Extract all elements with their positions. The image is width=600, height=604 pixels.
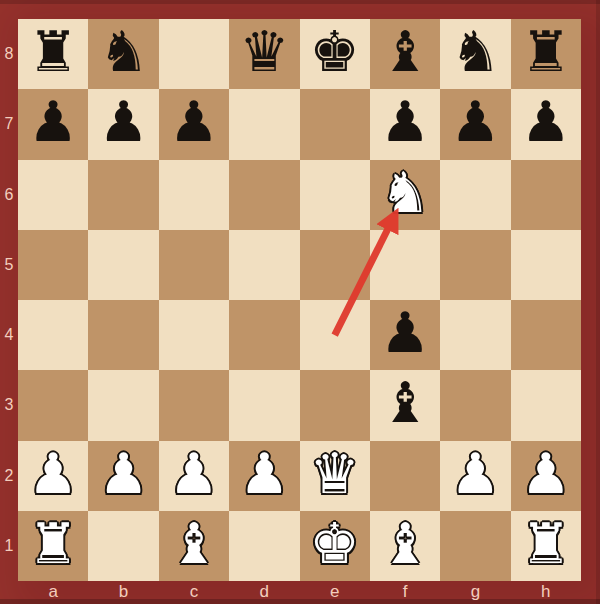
- square-h6[interactable]: [511, 160, 581, 230]
- piece-white-pawn[interactable]: ♟: [98, 446, 148, 502]
- square-f7[interactable]: ♟: [370, 89, 440, 159]
- square-c5[interactable]: [159, 230, 229, 300]
- piece-black-pawn[interactable]: ♟: [380, 305, 430, 361]
- piece-white-queen[interactable]: ♛: [310, 446, 360, 502]
- square-b4[interactable]: [88, 300, 158, 370]
- rank-label-3: 3: [0, 370, 18, 440]
- file-label-d: d: [229, 581, 299, 604]
- file-label-g: g: [440, 581, 510, 604]
- square-g5[interactable]: [440, 230, 510, 300]
- square-d6[interactable]: [229, 160, 299, 230]
- square-g4[interactable]: [440, 300, 510, 370]
- square-f2[interactable]: [370, 441, 440, 511]
- piece-black-knight[interactable]: ♞: [450, 24, 500, 80]
- file-label-a: a: [18, 581, 88, 604]
- file-label-f: f: [370, 581, 440, 604]
- square-h3[interactable]: [511, 370, 581, 440]
- piece-white-pawn[interactable]: ♟: [239, 446, 289, 502]
- square-f5[interactable]: [370, 230, 440, 300]
- square-d2[interactable]: ♟: [229, 441, 299, 511]
- square-b8[interactable]: ♞: [88, 19, 158, 89]
- square-e3[interactable]: [300, 370, 370, 440]
- square-f4[interactable]: ♟: [370, 300, 440, 370]
- square-f8[interactable]: ♝: [370, 19, 440, 89]
- piece-white-pawn[interactable]: ♟: [28, 446, 78, 502]
- square-e5[interactable]: [300, 230, 370, 300]
- square-g1[interactable]: [440, 511, 510, 581]
- square-f1[interactable]: ♝: [370, 511, 440, 581]
- rank-label-4: 4: [0, 300, 18, 370]
- square-e4[interactable]: [300, 300, 370, 370]
- piece-white-bishop[interactable]: ♝: [169, 516, 219, 572]
- piece-black-knight[interactable]: ♞: [98, 24, 148, 80]
- rank-label-8: 8: [0, 19, 18, 89]
- piece-white-pawn[interactable]: ♟: [450, 446, 500, 502]
- square-f3[interactable]: ♝: [370, 370, 440, 440]
- square-g2[interactable]: ♟: [440, 441, 510, 511]
- square-d3[interactable]: [229, 370, 299, 440]
- file-labels: abcdefgh: [18, 581, 581, 604]
- square-c3[interactable]: [159, 370, 229, 440]
- square-d5[interactable]: [229, 230, 299, 300]
- piece-black-pawn[interactable]: ♟: [380, 94, 430, 150]
- chess-board[interactable]: ♜♞♛♚♝♞♜♟♟♟♟♟♟♞♟♝♟♟♟♟♛♟♟♜♝♚♝♜: [18, 19, 581, 581]
- square-b3[interactable]: [88, 370, 158, 440]
- square-f6[interactable]: ♞: [370, 160, 440, 230]
- piece-white-king[interactable]: ♚: [310, 516, 360, 572]
- square-b2[interactable]: ♟: [88, 441, 158, 511]
- square-c1[interactable]: ♝: [159, 511, 229, 581]
- square-b6[interactable]: [88, 160, 158, 230]
- square-g6[interactable]: [440, 160, 510, 230]
- piece-black-pawn[interactable]: ♟: [169, 94, 219, 150]
- piece-white-pawn[interactable]: ♟: [169, 446, 219, 502]
- rank-label-5: 5: [0, 230, 18, 300]
- square-a8[interactable]: ♜: [18, 19, 88, 89]
- rank-label-2: 2: [0, 441, 18, 511]
- piece-black-pawn[interactable]: ♟: [450, 94, 500, 150]
- square-a1[interactable]: ♜: [18, 511, 88, 581]
- square-b7[interactable]: ♟: [88, 89, 158, 159]
- square-h7[interactable]: ♟: [511, 89, 581, 159]
- rank-labels: 87654321: [0, 19, 18, 581]
- square-a6[interactable]: [18, 160, 88, 230]
- file-label-b: b: [88, 581, 158, 604]
- file-label-h: h: [511, 581, 581, 604]
- piece-black-pawn[interactable]: ♟: [521, 94, 571, 150]
- piece-black-pawn[interactable]: ♟: [28, 94, 78, 150]
- square-c4[interactable]: [159, 300, 229, 370]
- piece-black-king[interactable]: ♚: [310, 24, 360, 80]
- square-e8[interactable]: ♚: [300, 19, 370, 89]
- square-e1[interactable]: ♚: [300, 511, 370, 581]
- rank-label-1: 1: [0, 511, 18, 581]
- piece-black-queen[interactable]: ♛: [239, 24, 289, 80]
- file-label-e: e: [300, 581, 370, 604]
- square-d8[interactable]: ♛: [229, 19, 299, 89]
- square-c7[interactable]: ♟: [159, 89, 229, 159]
- piece-black-pawn[interactable]: ♟: [98, 94, 148, 150]
- square-a5[interactable]: [18, 230, 88, 300]
- square-a2[interactable]: ♟: [18, 441, 88, 511]
- square-d1[interactable]: [229, 511, 299, 581]
- piece-white-rook[interactable]: ♜: [521, 516, 571, 572]
- square-h8[interactable]: ♜: [511, 19, 581, 89]
- square-c8[interactable]: [159, 19, 229, 89]
- square-c2[interactable]: ♟: [159, 441, 229, 511]
- square-e7[interactable]: [300, 89, 370, 159]
- square-a3[interactable]: [18, 370, 88, 440]
- square-a7[interactable]: ♟: [18, 89, 88, 159]
- rank-label-6: 6: [0, 160, 18, 230]
- rank-label-7: 7: [0, 89, 18, 159]
- square-b5[interactable]: [88, 230, 158, 300]
- square-c6[interactable]: [159, 160, 229, 230]
- square-d4[interactable]: [229, 300, 299, 370]
- square-g3[interactable]: [440, 370, 510, 440]
- square-g7[interactable]: ♟: [440, 89, 510, 159]
- square-e2[interactable]: ♛: [300, 441, 370, 511]
- square-g8[interactable]: ♞: [440, 19, 510, 89]
- piece-white-pawn[interactable]: ♟: [521, 446, 571, 502]
- file-label-c: c: [159, 581, 229, 604]
- piece-black-rook[interactable]: ♜: [28, 24, 78, 80]
- piece-black-rook[interactable]: ♜: [521, 24, 571, 80]
- square-e6[interactable]: [300, 160, 370, 230]
- piece-white-knight[interactable]: ♞: [380, 165, 430, 221]
- square-h4[interactable]: [511, 300, 581, 370]
- square-h5[interactable]: [511, 230, 581, 300]
- piece-black-bishop[interactable]: ♝: [380, 375, 430, 431]
- piece-white-rook[interactable]: ♜: [28, 516, 78, 572]
- square-b1[interactable]: [88, 511, 158, 581]
- square-a4[interactable]: [18, 300, 88, 370]
- square-h1[interactable]: ♜: [511, 511, 581, 581]
- piece-white-bishop[interactable]: ♝: [380, 516, 430, 572]
- piece-black-bishop[interactable]: ♝: [380, 24, 430, 80]
- chess-board-frame: 87654321 ♜♞♛♚♝♞♜♟♟♟♟♟♟♞♟♝♟♟♟♟♛♟♟♜♝♚♝♜ ab…: [0, 0, 600, 604]
- square-d7[interactable]: [229, 89, 299, 159]
- square-h2[interactable]: ♟: [511, 441, 581, 511]
